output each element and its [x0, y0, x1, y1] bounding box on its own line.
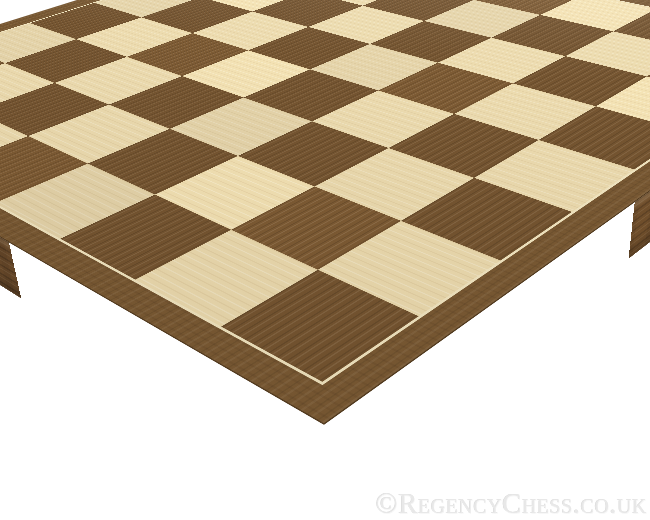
chessboard-photo: ©RegencyChess.co.uk — [0, 0, 650, 520]
board-top-face — [0, 0, 650, 425]
watermark-text: ©RegencyChess.co.uk — [376, 487, 647, 520]
board-3d-scene — [0, 0, 650, 520]
